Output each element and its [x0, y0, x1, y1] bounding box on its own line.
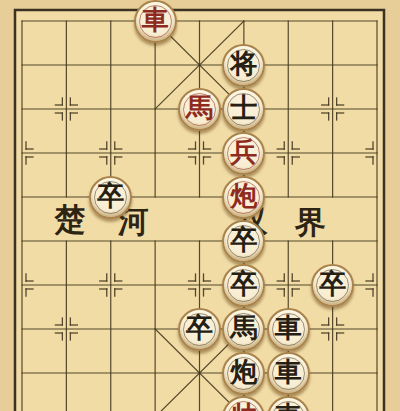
piece-glyph: 卒	[97, 183, 124, 210]
piece-glyph: 士	[230, 95, 257, 122]
piece-glyph: 兵	[230, 139, 257, 166]
piece-glyph: 卒	[319, 271, 346, 298]
piece-black-general[interactable]: 将	[222, 44, 265, 87]
piece-glyph: 炮	[230, 183, 257, 210]
piece-black-chariot[interactable]: 車	[267, 308, 310, 351]
piece-black-soldier[interactable]: 卒	[311, 264, 354, 307]
piece-glyph: 将	[230, 51, 257, 78]
piece-black-horse[interactable]: 馬	[222, 308, 265, 351]
piece-red-horse[interactable]: 馬	[178, 88, 221, 131]
piece-black-advisor[interactable]: 士	[222, 88, 265, 131]
piece-glyph: 卒	[186, 315, 213, 342]
river-label-jie: 界	[295, 207, 326, 238]
piece-red-soldier[interactable]: 兵	[222, 132, 265, 175]
piece-black-soldier[interactable]: 卒	[222, 264, 265, 307]
piece-glyph: 馬	[230, 315, 257, 342]
piece-glyph: 卒	[230, 271, 257, 298]
piece-glyph: 車	[275, 315, 302, 342]
piece-red-cannon[interactable]: 炮	[222, 176, 265, 219]
piece-red-chariot[interactable]: 車	[134, 0, 177, 43]
xiangqi-board: 楚 河 汉 界 車将馬士兵卒炮卒卒卒卒馬車炮車帅車	[0, 0, 400, 411]
piece-black-soldier[interactable]: 卒	[178, 308, 221, 351]
piece-glyph: 馬	[186, 95, 213, 122]
piece-glyph: 車	[275, 403, 302, 411]
piece-black-soldier[interactable]: 卒	[89, 176, 132, 219]
piece-glyph: 車	[142, 7, 169, 34]
piece-black-cannon[interactable]: 炮	[222, 352, 265, 395]
piece-glyph: 卒	[230, 227, 257, 254]
piece-black-chariot[interactable]: 車	[267, 352, 310, 395]
piece-black-soldier[interactable]: 卒	[222, 220, 265, 263]
piece-glyph: 帅	[230, 403, 257, 411]
piece-glyph: 車	[275, 359, 302, 386]
river-label-chu: 楚	[55, 204, 86, 235]
piece-glyph: 炮	[230, 359, 257, 386]
